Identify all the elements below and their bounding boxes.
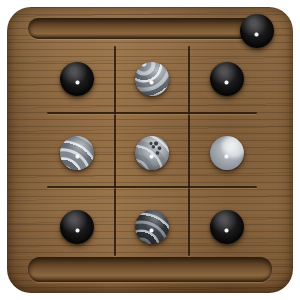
cell-r3c3[interactable]: [189, 190, 264, 264]
marble-gray[interactable]: [135, 210, 169, 244]
marble-gray[interactable]: [135, 62, 169, 96]
marble-gray[interactable]: [210, 136, 244, 170]
game-board: [7, 7, 293, 293]
marble-black[interactable]: [210, 62, 244, 96]
cell-r1c2[interactable]: [115, 42, 190, 116]
cell-r3c2[interactable]: [115, 190, 190, 264]
screenshot: [0, 0, 300, 300]
cell-r2c2[interactable]: [115, 116, 190, 190]
cell-r2c3[interactable]: [189, 116, 264, 190]
marble-gray[interactable]: [60, 136, 94, 170]
marble-gray[interactable]: [135, 136, 169, 170]
cell-r1c1[interactable]: [40, 42, 115, 116]
spare-marble-black[interactable]: [240, 14, 274, 48]
board-cells: [40, 42, 264, 264]
cell-r2c1[interactable]: [40, 116, 115, 190]
cell-r1c3[interactable]: [189, 42, 264, 116]
marble-black[interactable]: [210, 210, 244, 244]
cell-r3c1[interactable]: [40, 190, 115, 264]
marble-black[interactable]: [60, 62, 94, 96]
marble-tray-top[interactable]: [28, 18, 272, 39]
marble-black[interactable]: [60, 210, 94, 244]
